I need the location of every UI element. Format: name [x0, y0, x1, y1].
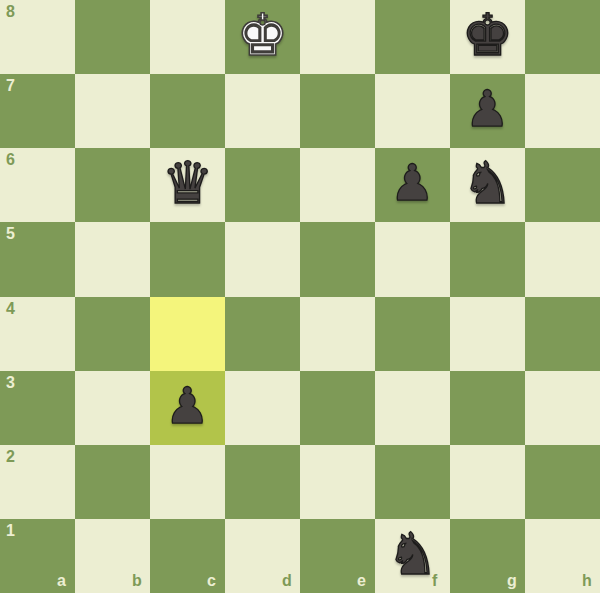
square-b2[interactable]	[75, 445, 150, 519]
square-e4[interactable]	[300, 297, 375, 371]
square-g6[interactable]: ♞	[450, 148, 525, 222]
square-d2[interactable]	[225, 445, 300, 519]
square-e8[interactable]	[300, 0, 375, 74]
square-b1[interactable]	[75, 519, 150, 593]
square-e3[interactable]	[300, 371, 375, 445]
square-a3[interactable]	[0, 371, 75, 445]
square-a4[interactable]	[0, 297, 75, 371]
square-b4[interactable]	[75, 297, 150, 371]
square-c1[interactable]	[150, 519, 225, 593]
piece-black-queen[interactable]: ♛	[162, 154, 214, 212]
square-d4[interactable]	[225, 297, 300, 371]
square-g7[interactable]: ♟	[450, 74, 525, 148]
board-grid: ♚♚♟♛♟♞♟♞	[0, 0, 600, 593]
square-e5[interactable]	[300, 222, 375, 296]
square-h5[interactable]	[525, 222, 600, 296]
square-f2[interactable]	[375, 445, 450, 519]
square-e2[interactable]	[300, 445, 375, 519]
square-h6[interactable]	[525, 148, 600, 222]
square-e1[interactable]	[300, 519, 375, 593]
piece-white-king[interactable]: ♚	[237, 6, 289, 64]
square-c8[interactable]	[150, 0, 225, 74]
square-f3[interactable]	[375, 371, 450, 445]
square-c4[interactable]	[150, 297, 225, 371]
square-f1[interactable]: ♞	[375, 519, 450, 593]
square-b5[interactable]	[75, 222, 150, 296]
square-d5[interactable]	[225, 222, 300, 296]
piece-black-knight[interactable]: ♞	[387, 525, 439, 583]
square-b3[interactable]	[75, 371, 150, 445]
square-g5[interactable]	[450, 222, 525, 296]
square-a8[interactable]	[0, 0, 75, 74]
square-g4[interactable]	[450, 297, 525, 371]
square-f4[interactable]	[375, 297, 450, 371]
square-b7[interactable]	[75, 74, 150, 148]
square-c3[interactable]: ♟	[150, 371, 225, 445]
square-g3[interactable]	[450, 371, 525, 445]
square-c7[interactable]	[150, 74, 225, 148]
square-g8[interactable]: ♚	[450, 0, 525, 74]
square-b6[interactable]	[75, 148, 150, 222]
square-b8[interactable]	[75, 0, 150, 74]
square-c5[interactable]	[150, 222, 225, 296]
square-d6[interactable]	[225, 148, 300, 222]
chess-board: ♚♚♟♛♟♞♟♞ 87654321abcdefgh	[0, 0, 600, 593]
square-h4[interactable]	[525, 297, 600, 371]
square-f6[interactable]: ♟	[375, 148, 450, 222]
square-a5[interactable]	[0, 222, 75, 296]
square-e6[interactable]	[300, 148, 375, 222]
square-a1[interactable]	[0, 519, 75, 593]
square-h7[interactable]	[525, 74, 600, 148]
square-g1[interactable]	[450, 519, 525, 593]
square-g2[interactable]	[450, 445, 525, 519]
square-h8[interactable]	[525, 0, 600, 74]
square-d7[interactable]	[225, 74, 300, 148]
piece-black-pawn[interactable]: ♟	[465, 84, 510, 134]
square-h3[interactable]	[525, 371, 600, 445]
square-a2[interactable]	[0, 445, 75, 519]
square-d8[interactable]: ♚	[225, 0, 300, 74]
square-e7[interactable]	[300, 74, 375, 148]
square-d3[interactable]	[225, 371, 300, 445]
square-c2[interactable]	[150, 445, 225, 519]
square-h2[interactable]	[525, 445, 600, 519]
square-f5[interactable]	[375, 222, 450, 296]
square-f8[interactable]	[375, 0, 450, 74]
square-f7[interactable]	[375, 74, 450, 148]
piece-black-pawn[interactable]: ♟	[165, 381, 210, 431]
piece-black-king[interactable]: ♚	[462, 6, 514, 64]
piece-black-pawn[interactable]: ♟	[390, 158, 435, 208]
square-a7[interactable]	[0, 74, 75, 148]
square-c6[interactable]: ♛	[150, 148, 225, 222]
square-h1[interactable]	[525, 519, 600, 593]
square-a6[interactable]	[0, 148, 75, 222]
square-d1[interactable]	[225, 519, 300, 593]
piece-black-knight[interactable]: ♞	[462, 154, 514, 212]
